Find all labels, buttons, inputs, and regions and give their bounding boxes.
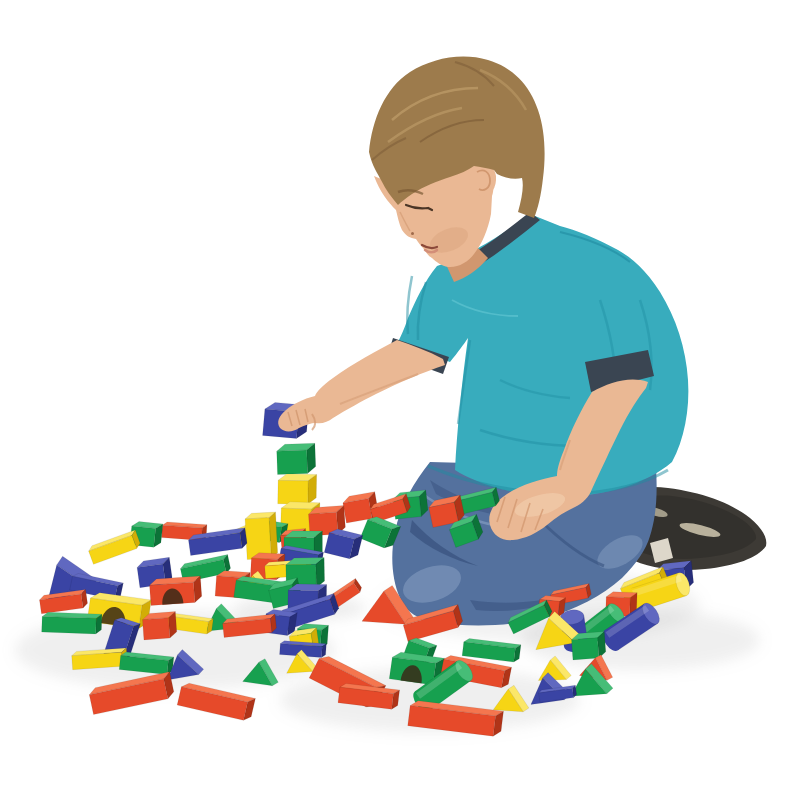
scene-illustration bbox=[0, 0, 800, 800]
right-arm bbox=[278, 340, 445, 431]
block-red-cube bbox=[142, 612, 177, 640]
block-blue-cube bbox=[324, 527, 363, 560]
block-yellow-brick bbox=[245, 512, 278, 560]
block-yellow-brick bbox=[71, 648, 127, 670]
block-green-cube bbox=[276, 443, 315, 474]
block-yellow-cube bbox=[278, 474, 317, 505]
block-yellow-brick bbox=[87, 530, 141, 564]
block-red-arch bbox=[149, 576, 202, 606]
block-green-brick bbox=[42, 612, 102, 634]
block-red-brick bbox=[39, 589, 88, 613]
nostril bbox=[411, 232, 414, 235]
block-green-brick bbox=[462, 638, 521, 663]
product-photo bbox=[0, 0, 800, 800]
